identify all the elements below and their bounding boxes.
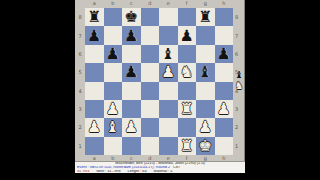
- white-king-g1: ♚: [198, 137, 212, 155]
- square-f4[interactable]: [178, 82, 197, 100]
- white-rook-f1: ♜: [180, 137, 194, 155]
- rank-label-5: 5: [75, 63, 85, 81]
- square-f6[interactable]: [178, 45, 197, 63]
- file-label-e: e: [159, 0, 178, 8]
- eco-code: C87: [173, 166, 180, 169]
- black-pawn-h6: ♟: [217, 45, 231, 63]
- black-rook-a8: ♜: [87, 8, 101, 26]
- square-e5[interactable]: ♟: [159, 63, 178, 81]
- square-f3[interactable]: ♜: [178, 100, 197, 118]
- square-a8[interactable]: ♜: [85, 8, 104, 26]
- square-a7[interactable]: ♟: [85, 26, 104, 44]
- square-g8[interactable]: ♜: [196, 8, 215, 26]
- game-length: Length : 64: [128, 170, 147, 173]
- white-pawn-g2: ♟: [198, 118, 212, 136]
- square-d7[interactable]: [141, 26, 160, 44]
- white-extra-knight-icon: ♞: [235, 80, 244, 91]
- square-h2[interactable]: [215, 118, 234, 136]
- black-pawn-f7: ♟: [180, 27, 194, 45]
- square-b3[interactable]: ♟: [104, 100, 123, 118]
- square-c6[interactable]: [122, 45, 141, 63]
- square-e1[interactable]: [159, 137, 178, 155]
- square-f1[interactable]: ♜: [178, 137, 197, 155]
- white-pawn-h3: ♟: [217, 100, 231, 118]
- file-label-b: b: [104, 0, 123, 8]
- square-b1[interactable]: [104, 137, 123, 155]
- square-c2[interactable]: ♟: [122, 118, 141, 136]
- square-h3[interactable]: ♟: [215, 100, 234, 118]
- black-rook-g8: ♜: [198, 8, 212, 26]
- square-a3[interactable]: [85, 100, 104, 118]
- file-label-f: f: [178, 0, 197, 8]
- white-rook-f3: ♜: [180, 100, 194, 118]
- rank-label-7: 7: [75, 26, 85, 44]
- white-knight-f5: ♞: [180, 63, 194, 81]
- file-label-c: c: [122, 0, 141, 8]
- square-h1[interactable]: [215, 137, 234, 155]
- material-tray: ♝ ♞: [234, 69, 244, 91]
- square-d4[interactable]: [141, 82, 160, 100]
- black-king-c8: ♚: [124, 8, 138, 26]
- square-h7[interactable]: [215, 26, 234, 44]
- rank-label-8: 8: [75, 8, 85, 26]
- rank-label-1: 1: [233, 137, 240, 155]
- square-a6[interactable]: [85, 45, 104, 63]
- square-c1[interactable]: [122, 137, 141, 155]
- chess-board[interactable]: ♜♚♜♟♟♟♟♝♟♟♟♞♝♟♜♟♟♝♟♟♜♚: [85, 8, 233, 155]
- square-h5[interactable]: [215, 63, 234, 81]
- square-f2[interactable]: [178, 118, 197, 136]
- rank-label-6: 6: [233, 45, 240, 63]
- square-f7[interactable]: ♟: [178, 26, 197, 44]
- square-b7[interactable]: [104, 26, 123, 44]
- square-e8[interactable]: [159, 8, 178, 26]
- square-e3[interactable]: [159, 100, 178, 118]
- square-c7[interactable]: ♟: [122, 26, 141, 44]
- file-labels-top: abcdefgh: [85, 0, 233, 8]
- file-label-g: g: [196, 0, 215, 8]
- square-g3[interactable]: [196, 100, 215, 118]
- square-g2[interactable]: ♟: [196, 118, 215, 136]
- square-d1[interactable]: [141, 137, 160, 155]
- info-panel: Wachtelder, Ben (2215) - Milverda, Joost…: [75, 161, 245, 173]
- next-move: Next : 31...Rf8: [96, 170, 120, 173]
- white-pawn-e5: ♟: [161, 63, 175, 81]
- square-b2[interactable]: ♝: [104, 118, 123, 136]
- square-d5[interactable]: [141, 63, 160, 81]
- rank-labels-left: 87654321: [75, 8, 85, 155]
- black-pawn-c5: ♟: [124, 63, 138, 81]
- video-frame: abcdefgh 87654321 ♜♚♜♟♟♟♟♝♟♟♟♞♝♟♜♟♟♝♟♟♜♚…: [0, 0, 320, 180]
- white-pawn-c2: ♟: [124, 118, 138, 136]
- square-c3[interactable]: [122, 100, 141, 118]
- square-a4[interactable]: [85, 82, 104, 100]
- black-pawn-a7: ♟: [87, 27, 101, 45]
- square-f5[interactable]: ♞: [178, 63, 197, 81]
- black-pawn-b6: ♟: [106, 45, 120, 63]
- file-label-d: d: [141, 0, 160, 8]
- rank-label-2: 2: [233, 118, 240, 136]
- current-move: 31. Rf3: [77, 170, 89, 173]
- square-a5[interactable]: [85, 63, 104, 81]
- rank-label-4: 4: [75, 82, 85, 100]
- square-c4[interactable]: [122, 82, 141, 100]
- black-pawn-c7: ♟: [124, 27, 138, 45]
- white-bishop-b2: ♝: [106, 118, 120, 136]
- white-pawn-b3: ♟: [106, 100, 120, 118]
- rank-label-2: 2: [75, 118, 85, 136]
- rank-label-3: 3: [233, 100, 240, 118]
- square-b6[interactable]: ♟: [104, 45, 123, 63]
- square-b8[interactable]: [104, 8, 123, 26]
- rank-label-3: 3: [75, 100, 85, 118]
- square-e4[interactable]: [159, 82, 178, 100]
- rank-label-7: 7: [233, 26, 240, 44]
- rank-label-8: 8: [233, 8, 240, 26]
- file-label-a: a: [85, 0, 104, 8]
- square-g5[interactable]: ♝: [196, 63, 215, 81]
- material-text: Material : =: [154, 170, 173, 173]
- square-g4[interactable]: [196, 82, 215, 100]
- square-a1[interactable]: [85, 137, 104, 155]
- square-g7[interactable]: [196, 26, 215, 44]
- square-g1[interactable]: ♚: [196, 137, 215, 155]
- square-a2[interactable]: ♟: [85, 118, 104, 136]
- rank-label-1: 1: [75, 137, 85, 155]
- chess-window: abcdefgh 87654321 ♜♚♜♟♟♟♟♝♟♟♟♞♝♟♜♟♟♝♟♟♜♚…: [75, 0, 245, 173]
- file-label-h: h: [215, 0, 234, 8]
- square-d8[interactable]: [141, 8, 160, 26]
- square-b5[interactable]: [104, 63, 123, 81]
- square-d3[interactable]: [141, 100, 160, 118]
- square-h6[interactable]: ♟: [215, 45, 234, 63]
- rank-label-6: 6: [75, 45, 85, 63]
- black-extra-bishop-icon: ♝: [235, 69, 244, 80]
- square-e2[interactable]: [159, 118, 178, 136]
- square-d2[interactable]: [141, 118, 160, 136]
- square-f8[interactable]: [178, 8, 197, 26]
- square-c5[interactable]: ♟: [122, 63, 141, 81]
- square-g6[interactable]: [196, 45, 215, 63]
- square-e6[interactable]: ♝: [159, 45, 178, 63]
- event-text: Event : NED-ch U20, Rotterdam (2014.04.1…: [77, 166, 170, 169]
- square-h8[interactable]: [215, 8, 234, 26]
- move-line: 31. Rf3Next : 31...Rf8Length : 64Materia…: [75, 170, 245, 174]
- white-pawn-a2: ♟: [87, 118, 101, 136]
- black-bishop-e6: ♝: [161, 45, 175, 63]
- black-bishop-g5: ♝: [198, 63, 212, 81]
- square-h4[interactable]: [215, 82, 234, 100]
- square-c8[interactable]: ♚: [122, 8, 141, 26]
- square-e7[interactable]: [159, 26, 178, 44]
- square-d6[interactable]: [141, 45, 160, 63]
- square-b4[interactable]: [104, 82, 123, 100]
